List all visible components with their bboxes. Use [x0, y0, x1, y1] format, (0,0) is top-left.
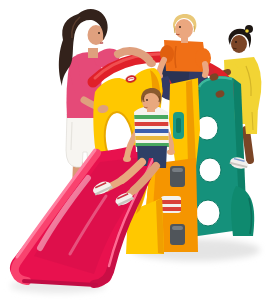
girl-eye — [235, 41, 237, 43]
teal-porthole-middle — [199, 158, 221, 182]
slide-boy-eye — [146, 99, 148, 101]
woman-neck — [88, 48, 98, 58]
woman-smile — [100, 43, 103, 44]
step-detail — [161, 196, 181, 213]
product-photo — [0, 0, 277, 300]
grab-handle-slot — [176, 118, 181, 133]
teal-porthole-bottom — [196, 200, 220, 226]
grip-slot-upper-highlight — [172, 168, 183, 172]
boy-mouth — [176, 34, 180, 35]
scene-canvas — [0, 0, 277, 300]
girl-smile — [233, 48, 237, 49]
girl-right-leg — [246, 130, 250, 160]
grip-slot-lower-highlight — [172, 226, 183, 230]
boy-right-forearm — [205, 64, 206, 75]
boy-eye — [179, 26, 181, 28]
girl-face — [231, 35, 247, 53]
slide-boy-mouth — [144, 107, 148, 108]
slide-boy-left-hand — [123, 156, 131, 162]
boy-face — [175, 19, 193, 39]
girl-hair-tie — [245, 29, 249, 33]
woman-eye — [98, 32, 100, 34]
